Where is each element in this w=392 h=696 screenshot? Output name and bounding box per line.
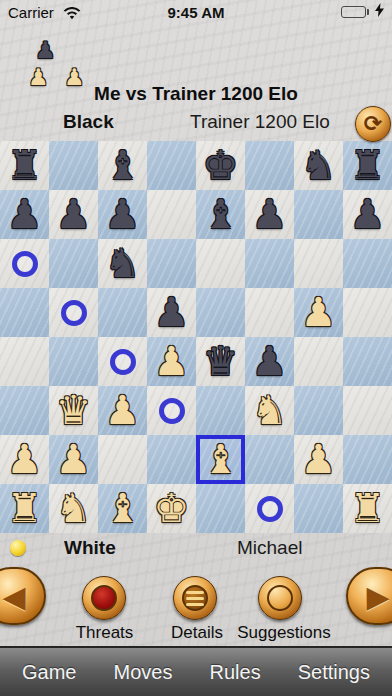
square-g6[interactable] [294,239,343,288]
white-bishop: ♝ [105,484,141,533]
square-a5[interactable] [0,288,49,337]
square-a3[interactable] [0,386,49,435]
square-d8[interactable] [147,141,196,190]
square-c1[interactable]: ♝ [98,484,147,533]
square-f3[interactable]: ♞ [245,386,294,435]
status-bar: Carrier 9:45 AM [0,0,392,24]
square-h8[interactable]: ♜ [343,141,392,190]
square-d5[interactable]: ♟ [147,288,196,337]
legal-move-ring [257,496,283,522]
white-pawn: ♟ [7,435,43,484]
square-g5[interactable]: ♟ [294,288,343,337]
square-e4[interactable]: ♛ [196,337,245,386]
square-d1[interactable]: ♚ [147,484,196,533]
black-knight: ♞ [105,239,141,288]
square-f8[interactable] [245,141,294,190]
square-a7[interactable]: ♟ [0,190,49,239]
square-f6[interactable] [245,239,294,288]
square-h3[interactable] [343,386,392,435]
white-pawn: ♟ [301,288,337,337]
rotate-arrows-icon: ⟳ [364,111,382,136]
threats-label: Threats [62,623,147,643]
right-triangle-icon: ▶ [366,579,389,614]
white-rook: ♜ [7,484,43,533]
chess-board[interactable]: ♜♝♚♞♜♟♟♟♝♟♟♞♟♟♟♛♟♛♟♞♟♟♝♟♜♞♝♚♜ [0,141,392,533]
white-queen: ♛ [56,386,92,435]
square-d7[interactable] [147,190,196,239]
square-b6[interactable] [49,239,98,288]
threats-red-dot-icon [91,585,117,611]
black-pawn: ♟ [350,190,386,239]
square-a4[interactable] [0,337,49,386]
square-h5[interactable] [343,288,392,337]
square-a8[interactable]: ♜ [0,141,49,190]
square-h7[interactable]: ♟ [343,190,392,239]
black-queen: ♛ [203,337,239,386]
square-f4[interactable]: ♟ [245,337,294,386]
square-e3[interactable] [196,386,245,435]
white-pawn: ♟ [105,386,141,435]
left-triangle-icon: ◀ [2,579,25,614]
square-b3[interactable]: ♛ [49,386,98,435]
square-c6[interactable]: ♞ [98,239,147,288]
square-e7[interactable]: ♝ [196,190,245,239]
square-g1[interactable] [294,484,343,533]
square-a1[interactable]: ♜ [0,484,49,533]
square-c2[interactable] [98,435,147,484]
square-f7[interactable]: ♟ [245,190,294,239]
flip-board-button[interactable]: ⟳ [355,106,391,142]
status-time: 9:45 AM [0,4,392,21]
square-h2[interactable] [343,435,392,484]
square-d6[interactable] [147,239,196,288]
square-g3[interactable] [294,386,343,435]
square-h6[interactable] [343,239,392,288]
game-title: Me vs Trainer 1200 Elo [0,83,392,105]
black-bishop: ♝ [203,190,239,239]
black-pawn: ♟ [154,288,190,337]
captured-pieces-tray: ♟♟ ♟ [22,26,89,80]
square-g2[interactable]: ♟ [294,435,343,484]
black-side-label: Black [63,111,114,133]
black-pawn: ♟ [252,190,288,239]
black-knight: ♞ [301,141,337,190]
black-pawn: ♟ [252,337,288,386]
square-b7[interactable]: ♟ [49,190,98,239]
square-h1[interactable]: ♜ [343,484,392,533]
white-rook: ♜ [350,484,386,533]
details-button[interactable] [173,576,217,620]
square-c5[interactable] [98,288,147,337]
black-rook: ♜ [7,141,43,190]
tab-bar: Game Moves Rules Settings [0,646,392,696]
square-a6[interactable] [0,239,49,288]
tab-game[interactable]: Game [22,661,76,684]
white-knight: ♞ [56,484,92,533]
black-pawn: ♟ [105,190,141,239]
square-b4[interactable] [49,337,98,386]
black-player-name: Trainer 1200 Elo [190,111,330,133]
square-b1[interactable]: ♞ [49,484,98,533]
square-d2[interactable] [147,435,196,484]
tab-moves[interactable]: Moves [114,661,173,684]
square-f1[interactable] [245,484,294,533]
tab-settings[interactable]: Settings [298,661,370,684]
square-b8[interactable] [49,141,98,190]
legal-move-ring [159,398,185,424]
threats-button[interactable] [82,576,126,620]
square-b2[interactable]: ♟ [49,435,98,484]
suggestions-button[interactable] [258,576,302,620]
legal-move-ring [12,251,38,277]
square-c4[interactable] [98,337,147,386]
square-f2[interactable] [245,435,294,484]
white-pawn: ♟ [301,435,337,484]
black-pawn: ♟ [7,190,43,239]
legal-move-ring [110,349,136,375]
square-e8[interactable]: ♚ [196,141,245,190]
captured-black-pieces: ♟ [22,26,89,53]
black-rook: ♜ [350,141,386,190]
battery-icon [341,6,366,18]
square-e2[interactable]: ♝ [196,435,245,484]
suggestions-green-dot-icon [267,585,293,611]
square-d3[interactable] [147,386,196,435]
square-g8[interactable]: ♞ [294,141,343,190]
black-king: ♚ [203,141,239,190]
captured-white-pieces: ♟ ♟ [22,53,89,80]
square-c7[interactable]: ♟ [98,190,147,239]
square-g4[interactable] [294,337,343,386]
square-d4[interactable]: ♟ [147,337,196,386]
white-pawn: ♟ [154,337,190,386]
white-pawn: ♟ [56,435,92,484]
white-player-name: Michael [237,537,302,559]
white-king: ♚ [154,484,190,533]
menu-lines-icon [182,585,208,611]
turn-indicator-dot [10,540,26,556]
square-e5[interactable] [196,288,245,337]
white-knight: ♞ [252,386,288,435]
legal-move-ring [61,300,87,326]
charging-bolt-icon [375,3,384,20]
square-f5[interactable] [245,288,294,337]
black-bishop: ♝ [105,141,141,190]
square-a2[interactable]: ♟ [0,435,49,484]
square-b5[interactable] [49,288,98,337]
battery-tip [367,9,369,15]
white-bishop: ♝ [203,435,239,484]
tab-rules[interactable]: Rules [210,661,261,684]
square-c3[interactable]: ♟ [98,386,147,435]
details-label: Details [157,623,237,643]
square-e6[interactable] [196,239,245,288]
forward-move-button[interactable]: ▶ [346,567,392,625]
black-pawn: ♟ [56,190,92,239]
square-c8[interactable]: ♝ [98,141,147,190]
suggestions-label: Suggestions [234,623,334,643]
back-move-button[interactable]: ◀ [0,567,46,625]
square-h4[interactable] [343,337,392,386]
square-e1[interactable] [196,484,245,533]
square-g7[interactable] [294,190,343,239]
white-side-label: White [64,537,116,559]
